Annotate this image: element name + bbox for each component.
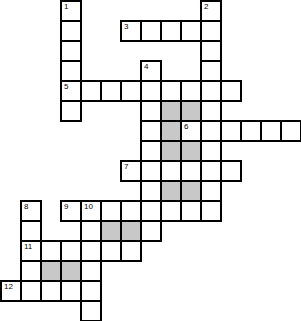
answer-cell-r10c4[interactable]: 10 xyxy=(80,200,102,222)
answer-cell-r9c10[interactable] xyxy=(200,180,222,202)
answer-cell-r6c13[interactable] xyxy=(260,120,282,142)
answer-cell-r8c9[interactable] xyxy=(180,160,202,182)
answer-cell-r4c4[interactable] xyxy=(80,80,102,102)
answer-cell-r12c2[interactable] xyxy=(40,240,62,262)
answer-cell-r1c10[interactable] xyxy=(200,20,222,42)
answer-cell-r10c3[interactable]: 9 xyxy=(60,200,82,222)
answer-cell-r4c6[interactable] xyxy=(120,80,142,102)
answer-cell-r10c5[interactable] xyxy=(100,200,122,222)
answer-cell-r10c9[interactable] xyxy=(180,200,202,222)
answer-cell-r13c4[interactable] xyxy=(80,260,102,282)
answer-cell-r8c7[interactable] xyxy=(140,160,162,182)
answer-cell-r10c7[interactable] xyxy=(140,200,162,222)
answer-cell-r4c5[interactable] xyxy=(100,80,122,102)
clue-number-11: 11 xyxy=(24,242,32,251)
answer-cell-r1c6[interactable]: 3 xyxy=(120,20,142,42)
answer-cell-r8c6[interactable]: 7 xyxy=(120,160,142,182)
answer-cell-r14c0[interactable]: 12 xyxy=(0,280,22,302)
answer-cell-r14c3[interactable] xyxy=(60,280,82,302)
clue-number-10: 10 xyxy=(84,202,93,211)
answer-cell-r3c7[interactable]: 4 xyxy=(140,60,162,82)
answer-cell-r4c8[interactable] xyxy=(160,80,182,102)
answer-cell-r14c1[interactable] xyxy=(20,280,42,302)
answer-cell-r2c3[interactable] xyxy=(60,40,82,62)
answer-cell-r11c1[interactable] xyxy=(20,220,42,242)
answer-cell-r3c3[interactable] xyxy=(60,60,82,82)
answer-cell-r3c10[interactable] xyxy=(200,60,222,82)
answer-cell-r4c11[interactable] xyxy=(220,80,242,102)
answer-cell-r8c10[interactable] xyxy=(200,160,222,182)
clue-number-6: 6 xyxy=(184,122,188,131)
answer-cell-r7c10[interactable] xyxy=(200,140,222,162)
answer-cell-r8c11[interactable] xyxy=(220,160,242,182)
answer-cell-r5c10[interactable] xyxy=(200,100,222,122)
answer-cell-r6c10[interactable] xyxy=(200,120,222,142)
answer-cell-r7c7[interactable] xyxy=(140,140,162,162)
shaded-cell-r11c5 xyxy=(100,220,122,242)
answer-cell-r4c10[interactable] xyxy=(200,80,222,102)
shaded-cell-r9c9 xyxy=(180,180,202,202)
answer-cell-r4c9[interactable] xyxy=(180,80,202,102)
answer-cell-r1c3[interactable] xyxy=(60,20,82,42)
shaded-cell-r5c9 xyxy=(180,100,202,122)
answer-cell-r6c12[interactable] xyxy=(240,120,262,142)
shaded-cell-r7c9 xyxy=(180,140,202,162)
clue-number-3: 3 xyxy=(124,22,128,31)
answer-cell-r12c4[interactable] xyxy=(80,240,102,262)
answer-cell-r10c1[interactable]: 8 xyxy=(20,200,42,222)
answer-cell-r11c4[interactable] xyxy=(80,220,102,242)
clue-number-7: 7 xyxy=(124,162,128,171)
crossword-board: 123456789101112 xyxy=(0,0,301,321)
answer-cell-r1c7[interactable] xyxy=(140,20,162,42)
answer-cell-r10c6[interactable] xyxy=(120,200,142,222)
shaded-cell-r13c3 xyxy=(60,260,82,282)
answer-cell-r9c7[interactable] xyxy=(140,180,162,202)
shaded-cell-r5c8 xyxy=(160,100,182,122)
shaded-cell-r11c6 xyxy=(120,220,142,242)
answer-cell-r12c1[interactable]: 11 xyxy=(20,240,42,262)
shaded-cell-r6c8 xyxy=(160,120,182,142)
answer-cell-r15c4[interactable] xyxy=(80,300,102,321)
answer-cell-r6c11[interactable] xyxy=(220,120,242,142)
clue-number-9: 9 xyxy=(64,202,68,211)
answer-cell-r6c14[interactable] xyxy=(280,120,301,142)
clue-number-1: 1 xyxy=(64,2,68,11)
clue-number-12: 12 xyxy=(4,282,13,291)
answer-cell-r0c10[interactable]: 2 xyxy=(200,0,222,22)
answer-cell-r5c7[interactable] xyxy=(140,100,162,122)
answer-cell-r0c3[interactable]: 1 xyxy=(60,0,82,22)
clue-number-5: 5 xyxy=(64,82,68,91)
answer-cell-r4c3[interactable]: 5 xyxy=(60,80,82,102)
clue-number-4: 4 xyxy=(144,62,148,71)
shaded-cell-r13c2 xyxy=(40,260,62,282)
answer-cell-r1c8[interactable] xyxy=(160,20,182,42)
answer-cell-r5c3[interactable] xyxy=(60,100,82,122)
answer-cell-r12c3[interactable] xyxy=(60,240,82,262)
answer-cell-r12c6[interactable] xyxy=(120,240,142,262)
answer-cell-r10c8[interactable] xyxy=(160,200,182,222)
shaded-cell-r7c8 xyxy=(160,140,182,162)
answer-cell-r12c5[interactable] xyxy=(100,240,122,262)
answer-cell-r6c9[interactable]: 6 xyxy=(180,120,202,142)
shaded-cell-r9c8 xyxy=(160,180,182,202)
answer-cell-r11c7[interactable] xyxy=(140,220,162,242)
clue-number-2: 2 xyxy=(204,2,208,11)
answer-cell-r8c8[interactable] xyxy=(160,160,182,182)
answer-cell-r6c7[interactable] xyxy=(140,120,162,142)
answer-cell-r2c10[interactable] xyxy=(200,40,222,62)
answer-cell-r4c7[interactable] xyxy=(140,80,162,102)
answer-cell-r14c2[interactable] xyxy=(40,280,62,302)
answer-cell-r1c9[interactable] xyxy=(180,20,202,42)
answer-cell-r13c1[interactable] xyxy=(20,260,42,282)
clue-number-8: 8 xyxy=(24,202,28,211)
answer-cell-r14c4[interactable] xyxy=(80,280,102,302)
answer-cell-r10c10[interactable] xyxy=(200,200,222,222)
